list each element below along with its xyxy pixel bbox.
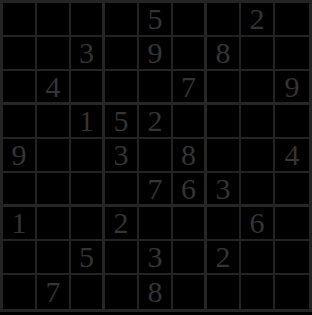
cell-r3c5-empty[interactable] <box>139 71 173 105</box>
cell-r6c4-empty[interactable] <box>105 173 139 207</box>
cell-r6c2-empty[interactable] <box>37 173 71 207</box>
cell-r6c9-empty[interactable] <box>275 173 309 207</box>
cell-r2c2-empty[interactable] <box>37 37 71 71</box>
cell-r3c6-given: 7 <box>173 71 207 105</box>
cell-r8c8-empty[interactable] <box>241 241 275 275</box>
cell-r1c1-empty[interactable] <box>3 3 37 37</box>
cell-r2c6-empty[interactable] <box>173 37 207 71</box>
cell-r5c5-empty[interactable] <box>139 139 173 173</box>
cell-r9c1-empty[interactable] <box>3 275 37 309</box>
cell-r5c9-given: 4 <box>275 139 309 173</box>
cell-r6c6-given: 6 <box>173 173 207 207</box>
cell-r8c6-empty[interactable] <box>173 241 207 275</box>
cell-r9c5-given: 8 <box>139 275 173 309</box>
cell-r1c4-empty[interactable] <box>105 3 139 37</box>
cell-r3c7-empty[interactable] <box>207 71 241 105</box>
cell-r7c3-empty[interactable] <box>71 207 105 241</box>
cell-r3c1-empty[interactable] <box>3 71 37 105</box>
cell-r4c3-given: 1 <box>71 105 105 139</box>
cell-r4c4-given: 5 <box>105 105 139 139</box>
cell-r1c5-given: 5 <box>139 3 173 37</box>
cell-r8c9-empty[interactable] <box>275 241 309 275</box>
cell-r6c7-given: 3 <box>207 173 241 207</box>
cell-r3c8-empty[interactable] <box>241 71 275 105</box>
cell-r5c6-given: 8 <box>173 139 207 173</box>
cell-r9c8-empty[interactable] <box>241 275 275 309</box>
cell-r8c5-given: 3 <box>139 241 173 275</box>
cell-r1c9-empty[interactable] <box>275 3 309 37</box>
cell-r1c3-empty[interactable] <box>71 3 105 37</box>
cell-r4c6-empty[interactable] <box>173 105 207 139</box>
cell-r6c8-empty[interactable] <box>241 173 275 207</box>
cell-r5c4-given: 3 <box>105 139 139 173</box>
cell-r9c9-empty[interactable] <box>275 275 309 309</box>
cell-r7c8-given: 6 <box>241 207 275 241</box>
cell-r4c1-empty[interactable] <box>3 105 37 139</box>
cell-r4c5-given: 2 <box>139 105 173 139</box>
cell-r9c4-empty[interactable] <box>105 275 139 309</box>
cell-r9c3-empty[interactable] <box>71 275 105 309</box>
cell-r7c1-given: 1 <box>3 207 37 241</box>
cell-r9c6-empty[interactable] <box>173 275 207 309</box>
cell-r2c7-given: 8 <box>207 37 241 71</box>
cell-r6c5-given: 7 <box>139 173 173 207</box>
cell-r4c8-empty[interactable] <box>241 105 275 139</box>
cell-r2c5-given: 9 <box>139 37 173 71</box>
cell-r5c8-empty[interactable] <box>241 139 275 173</box>
sudoku-board: 52398479152938476312653278 <box>0 0 312 312</box>
cell-r2c4-empty[interactable] <box>105 37 139 71</box>
cell-r5c1-given: 9 <box>3 139 37 173</box>
cell-r7c7-empty[interactable] <box>207 207 241 241</box>
cell-r8c7-given: 2 <box>207 241 241 275</box>
cell-r4c9-empty[interactable] <box>275 105 309 139</box>
cell-r3c4-empty[interactable] <box>105 71 139 105</box>
cell-r6c3-empty[interactable] <box>71 173 105 207</box>
cell-r4c7-empty[interactable] <box>207 105 241 139</box>
cell-r2c3-given: 3 <box>71 37 105 71</box>
cell-r8c4-empty[interactable] <box>105 241 139 275</box>
cell-r9c2-given: 7 <box>37 275 71 309</box>
cell-r8c1-empty[interactable] <box>3 241 37 275</box>
cell-r2c1-empty[interactable] <box>3 37 37 71</box>
cell-r3c9-given: 9 <box>275 71 309 105</box>
cell-r1c8-given: 2 <box>241 3 275 37</box>
cell-r7c6-empty[interactable] <box>173 207 207 241</box>
cell-r2c9-empty[interactable] <box>275 37 309 71</box>
cell-r1c7-empty[interactable] <box>207 3 241 37</box>
cell-r1c2-empty[interactable] <box>37 3 71 37</box>
cell-r7c2-empty[interactable] <box>37 207 71 241</box>
cell-r9c7-empty[interactable] <box>207 275 241 309</box>
cell-r5c3-empty[interactable] <box>71 139 105 173</box>
cell-r3c3-empty[interactable] <box>71 71 105 105</box>
cell-r6c1-empty[interactable] <box>3 173 37 207</box>
cell-r1c6-empty[interactable] <box>173 3 207 37</box>
cell-r2c8-empty[interactable] <box>241 37 275 71</box>
cell-r5c7-empty[interactable] <box>207 139 241 173</box>
cell-r4c2-empty[interactable] <box>37 105 71 139</box>
cell-r7c5-empty[interactable] <box>139 207 173 241</box>
cell-r7c9-empty[interactable] <box>275 207 309 241</box>
cell-r5c2-empty[interactable] <box>37 139 71 173</box>
cell-r8c2-empty[interactable] <box>37 241 71 275</box>
cell-r7c4-given: 2 <box>105 207 139 241</box>
cell-r3c2-given: 4 <box>37 71 71 105</box>
cell-r8c3-given: 5 <box>71 241 105 275</box>
